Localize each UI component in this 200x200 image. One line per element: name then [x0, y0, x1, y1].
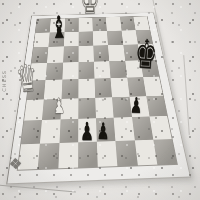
square-b6: [47, 46, 63, 62]
square-d2: [78, 118, 97, 142]
square-c4: [61, 79, 78, 98]
square-h5: [140, 60, 159, 78]
board-bottom-edge: [0, 185, 76, 193]
square-e6: [93, 45, 109, 61]
square-d5: [78, 61, 94, 79]
square-h4: [143, 77, 163, 96]
square-d1: [78, 141, 98, 167]
square-c5: [62, 62, 78, 80]
square-e1: [97, 141, 118, 167]
square-a2: [21, 120, 42, 144]
square-c3: [60, 98, 78, 119]
square-a4: [27, 80, 46, 100]
square-b3: [42, 99, 61, 120]
board-brand-text: CHESS: [1, 70, 7, 92]
square-h1: [153, 139, 177, 165]
square-b8: [50, 18, 65, 32]
square-b1: [38, 143, 59, 169]
square-h8: [133, 16, 149, 30]
square-b2: [40, 119, 60, 143]
chessboard-photo: CHESS ❖ ♚♝♚♛♟♟♟♟: [0, 0, 200, 200]
square-c8: [64, 18, 78, 32]
square-d3: [78, 97, 96, 118]
square-h6: [138, 44, 156, 60]
square-e2: [96, 118, 116, 142]
square-a8: [35, 19, 51, 33]
square-e4: [95, 78, 113, 97]
square-e5: [94, 61, 111, 79]
square-d8: [78, 18, 92, 32]
square-a7: [34, 32, 50, 47]
square-d4: [78, 79, 95, 98]
board-right-edge: [183, 55, 190, 135]
square-h7: [135, 30, 152, 45]
square-c7: [64, 31, 79, 46]
square-b4: [44, 80, 62, 100]
square-b5: [46, 62, 63, 80]
square-h3: [146, 95, 167, 116]
square-e3: [95, 97, 114, 118]
chessboard: [6, 13, 191, 185]
board-grid: [17, 16, 178, 171]
square-c2: [59, 119, 78, 143]
square-d7: [78, 31, 93, 46]
square-a3: [24, 99, 44, 121]
square-c1: [58, 142, 78, 168]
square-e8: [92, 17, 107, 31]
square-d6: [78, 46, 94, 62]
square-a5: [29, 63, 47, 81]
square-h2: [149, 116, 171, 139]
square-b7: [49, 32, 65, 47]
square-a6: [32, 47, 49, 63]
board-maker-logo-icon: ❖: [8, 155, 23, 174]
square-e7: [93, 31, 108, 46]
square-c6: [63, 46, 79, 62]
